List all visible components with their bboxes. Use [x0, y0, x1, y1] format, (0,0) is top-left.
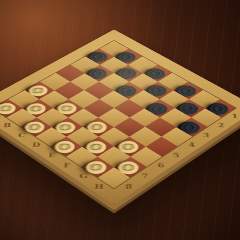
column-label-b: B: [0, 122, 15, 130]
row-label-2: 2: [213, 122, 228, 130]
row-label-8: 8: [121, 183, 136, 192]
column-label-h: H: [92, 183, 107, 192]
checkers-board: ●●●●●●●●●●●●●●●●●●●●●●●● ABCDEFGH1234567…: [0, 29, 240, 205]
row-label-5: 5: [169, 151, 184, 159]
row-label-7: 7: [137, 172, 152, 180]
column-label-f: F: [60, 161, 75, 169]
row-label-6: 6: [153, 161, 168, 169]
row-label-4: 4: [184, 141, 199, 149]
table-surface: ●●●●●●●●●●●●●●●●●●●●●●●● ABCDEFGH1234567…: [0, 0, 240, 240]
board-grid: ●●●●●●●●●●●●●●●●●●●●●●●●: [0, 41, 236, 189]
row-label-1: 1: [227, 112, 240, 119]
row-label-3: 3: [199, 131, 214, 139]
column-label-d: D: [29, 141, 44, 149]
